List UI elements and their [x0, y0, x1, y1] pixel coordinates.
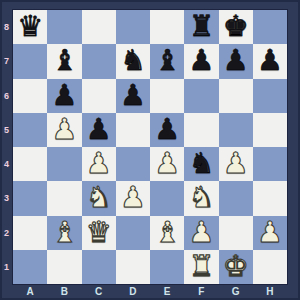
square-f6[interactable] — [184, 79, 218, 113]
square-g6[interactable] — [219, 79, 253, 113]
black-pawn[interactable]: ♟︎ — [223, 43, 249, 77]
square-e7[interactable]: ♝︎ — [150, 44, 184, 78]
file-label-a: A — [13, 284, 47, 300]
square-b5[interactable]: ♟︎ — [47, 113, 81, 147]
square-d4[interactable] — [116, 147, 150, 181]
white-rook[interactable]: ♜︎ — [188, 249, 214, 283]
square-g4[interactable]: ♟︎ — [219, 147, 253, 181]
black-king[interactable]: ♚︎ — [223, 9, 249, 43]
white-bishop[interactable]: ♝︎ — [154, 215, 180, 249]
white-knight[interactable]: ♞︎ — [188, 180, 214, 214]
white-pawn[interactable]: ♟︎ — [257, 215, 283, 249]
square-d1[interactable] — [116, 250, 150, 284]
square-g1[interactable]: ♚︎ — [219, 250, 253, 284]
square-a4[interactable] — [13, 147, 47, 181]
rank-label-3: 3 — [0, 181, 13, 215]
square-f7[interactable]: ♟︎ — [184, 44, 218, 78]
square-g5[interactable] — [219, 113, 253, 147]
file-label-c: C — [82, 284, 116, 300]
square-f4[interactable]: ♞︎ — [184, 147, 218, 181]
file-label-e: E — [150, 284, 184, 300]
rank-label-6: 6 — [0, 79, 13, 113]
white-king[interactable]: ♚︎ — [223, 249, 249, 283]
white-bishop[interactable]: ♝︎ — [51, 215, 77, 249]
black-knight[interactable]: ♞︎ — [120, 43, 146, 77]
white-pawn[interactable]: ♟︎ — [223, 146, 249, 180]
chess-board: ♛︎♜︎♚︎♝︎♞︎♝︎♟︎♟︎♟︎♟︎♟︎♟︎♟︎♟︎♟︎♟︎♞︎♟︎♞︎♟︎… — [13, 10, 287, 284]
square-c8[interactable] — [82, 10, 116, 44]
square-c7[interactable] — [82, 44, 116, 78]
square-e3[interactable] — [150, 181, 184, 215]
file-label-g: G — [219, 284, 253, 300]
square-h1[interactable] — [253, 250, 287, 284]
square-a5[interactable] — [13, 113, 47, 147]
square-f2[interactable]: ♟︎ — [184, 216, 218, 250]
square-e6[interactable] — [150, 79, 184, 113]
white-knight[interactable]: ♞︎ — [86, 180, 112, 214]
square-h6[interactable] — [253, 79, 287, 113]
black-knight[interactable]: ♞︎ — [188, 146, 214, 180]
black-pawn[interactable]: ♟︎ — [51, 78, 77, 112]
black-bishop[interactable]: ♝︎ — [154, 43, 180, 77]
rank-label-5: 5 — [0, 113, 13, 147]
file-label-h: H — [253, 284, 287, 300]
square-a8[interactable]: ♛︎ — [13, 10, 47, 44]
square-b2[interactable]: ♝︎ — [47, 216, 81, 250]
square-d2[interactable] — [116, 216, 150, 250]
black-pawn[interactable]: ♟︎ — [86, 112, 112, 146]
square-h8[interactable] — [253, 10, 287, 44]
file-label-b: B — [47, 284, 81, 300]
square-c1[interactable] — [82, 250, 116, 284]
file-labels: ABCDEFGH — [13, 284, 287, 300]
white-pawn[interactable]: ♟︎ — [188, 215, 214, 249]
rank-label-7: 7 — [0, 44, 13, 78]
black-pawn[interactable]: ♟︎ — [120, 78, 146, 112]
square-d7[interactable]: ♞︎ — [116, 44, 150, 78]
square-e8[interactable] — [150, 10, 184, 44]
black-pawn[interactable]: ♟︎ — [188, 43, 214, 77]
square-a7[interactable] — [13, 44, 47, 78]
square-d6[interactable]: ♟︎ — [116, 79, 150, 113]
square-f8[interactable]: ♜︎ — [184, 10, 218, 44]
white-queen[interactable]: ♛︎ — [86, 215, 112, 249]
square-d5[interactable] — [116, 113, 150, 147]
square-g2[interactable] — [219, 216, 253, 250]
square-b3[interactable] — [47, 181, 81, 215]
square-b4[interactable] — [47, 147, 81, 181]
square-h2[interactable]: ♟︎ — [253, 216, 287, 250]
white-pawn[interactable]: ♟︎ — [51, 112, 77, 146]
file-label-d: D — [116, 284, 150, 300]
white-pawn[interactable]: ♟︎ — [120, 180, 146, 214]
square-a6[interactable] — [13, 79, 47, 113]
square-c3[interactable]: ♞︎ — [82, 181, 116, 215]
square-g8[interactable]: ♚︎ — [219, 10, 253, 44]
rank-label-1: 1 — [0, 250, 13, 284]
white-pawn[interactable]: ♟︎ — [86, 146, 112, 180]
square-a3[interactable] — [13, 181, 47, 215]
square-f5[interactable] — [184, 113, 218, 147]
square-g3[interactable] — [219, 181, 253, 215]
square-g7[interactable]: ♟︎ — [219, 44, 253, 78]
rank-labels: 87654321 — [0, 10, 13, 284]
square-b1[interactable] — [47, 250, 81, 284]
black-pawn[interactable]: ♟︎ — [257, 43, 283, 77]
square-d8[interactable] — [116, 10, 150, 44]
rank-label-8: 8 — [0, 10, 13, 44]
square-d3[interactable]: ♟︎ — [116, 181, 150, 215]
square-c6[interactable] — [82, 79, 116, 113]
square-e1[interactable] — [150, 250, 184, 284]
square-b7[interactable]: ♝︎ — [47, 44, 81, 78]
square-b8[interactable] — [47, 10, 81, 44]
black-rook[interactable]: ♜︎ — [188, 9, 214, 43]
square-h3[interactable] — [253, 181, 287, 215]
black-pawn[interactable]: ♟︎ — [154, 112, 180, 146]
square-e4[interactable]: ♟︎ — [150, 147, 184, 181]
rank-label-4: 4 — [0, 147, 13, 181]
square-a2[interactable] — [13, 216, 47, 250]
square-h5[interactable] — [253, 113, 287, 147]
square-b6[interactable]: ♟︎ — [47, 79, 81, 113]
square-c5[interactable]: ♟︎ — [82, 113, 116, 147]
rank-label-2: 2 — [0, 216, 13, 250]
square-a1[interactable] — [13, 250, 47, 284]
square-c2[interactable]: ♛︎ — [82, 216, 116, 250]
square-e5[interactable]: ♟︎ — [150, 113, 184, 147]
white-pawn[interactable]: ♟︎ — [154, 146, 180, 180]
file-label-f: F — [184, 284, 218, 300]
square-c4[interactable]: ♟︎ — [82, 147, 116, 181]
square-h7[interactable]: ♟︎ — [253, 44, 287, 78]
chess-diagram: 87654321 ♛︎♜︎♚︎♝︎♞︎♝︎♟︎♟︎♟︎♟︎♟︎♟︎♟︎♟︎♟︎♟… — [0, 0, 300, 300]
square-e2[interactable]: ♝︎ — [150, 216, 184, 250]
black-bishop[interactable]: ♝︎ — [51, 43, 77, 77]
square-f1[interactable]: ♜︎ — [184, 250, 218, 284]
square-h4[interactable] — [253, 147, 287, 181]
square-f3[interactable]: ♞︎ — [184, 181, 218, 215]
black-queen[interactable]: ♛︎ — [17, 9, 43, 43]
